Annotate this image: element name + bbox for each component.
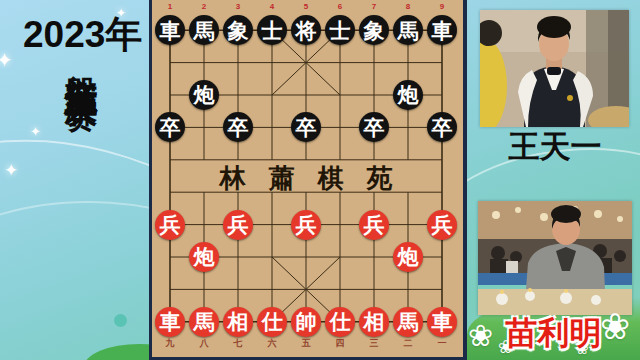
- piece-black-advisor[interactable]: 士: [257, 15, 287, 45]
- river-char: 苑: [367, 161, 393, 196]
- white-shirt-figure: [506, 261, 518, 273]
- piece-red-soldier[interactable]: 兵: [427, 210, 457, 240]
- file-label: 3: [221, 2, 255, 11]
- piece-black-chariot[interactable]: 車: [155, 15, 185, 45]
- photo-wang-tianyi: [480, 10, 629, 127]
- player-name-miao-liming: 苗利明: [467, 312, 640, 356]
- piece-black-soldier[interactable]: 卒: [427, 112, 457, 142]
- piece-red-general[interactable]: 帥: [291, 307, 321, 337]
- piece-black-elephant[interactable]: 象: [359, 15, 389, 45]
- piece-black-chariot[interactable]: 車: [427, 15, 457, 45]
- file-label: 七: [221, 337, 255, 350]
- file-label: 5: [289, 2, 323, 11]
- file-label: 六: [255, 337, 289, 350]
- piece-red-cannon[interactable]: 炮: [189, 242, 219, 272]
- piece-black-soldier[interactable]: 卒: [223, 112, 253, 142]
- file-label: 三: [357, 337, 391, 350]
- piece-red-elephant[interactable]: 相: [223, 307, 253, 337]
- piece-black-general[interactable]: 将: [291, 15, 321, 45]
- piece-black-cannon[interactable]: 炮: [393, 80, 423, 110]
- piece-black-horse[interactable]: 馬: [393, 15, 423, 45]
- thumbnail-stage: ✦ ✦ ✦ ✦ 2023年 磐安伟业杯半决赛 1 2 3 4 5 6 7 8 9…: [0, 0, 640, 360]
- piece-black-soldier[interactable]: 卒: [359, 112, 389, 142]
- piece-black-advisor[interactable]: 士: [325, 15, 355, 45]
- file-label: 7: [357, 2, 391, 11]
- sparkle-icon: ✦: [0, 48, 13, 72]
- piece-black-cannon[interactable]: 炮: [189, 80, 219, 110]
- piece-red-soldier[interactable]: 兵: [359, 210, 389, 240]
- photo-miao-liming: [478, 201, 632, 315]
- piece-black-horse[interactable]: 馬: [189, 15, 219, 45]
- file-label: 二: [391, 337, 425, 350]
- piece-red-elephant[interactable]: 相: [359, 307, 389, 337]
- file-label: 九: [153, 337, 187, 350]
- river-char: 棋: [318, 161, 344, 196]
- file-label: 1: [153, 2, 187, 11]
- event-title-vertical: 磐安伟业杯半决赛: [58, 49, 104, 73]
- piece-red-advisor[interactable]: 仕: [325, 307, 355, 337]
- file-label: 4: [255, 2, 289, 11]
- piece-red-horse[interactable]: 馬: [393, 307, 423, 337]
- file-label: 6: [323, 2, 357, 11]
- file-label: 一: [425, 337, 459, 350]
- xiangqi-board: 1 2 3 4 5 6 7 8 9 車馬象士将士象馬車炮炮卒卒卒卒卒兵兵兵兵兵炮…: [149, 0, 467, 360]
- piece-red-soldier[interactable]: 兵: [155, 210, 185, 240]
- piece-black-elephant[interactable]: 象: [223, 15, 253, 45]
- teal-dot-decoration: [114, 314, 127, 327]
- sparkle-icon: ✦: [30, 124, 41, 139]
- file-label: 9: [425, 2, 459, 11]
- file-label: 四: [323, 337, 357, 350]
- piece-red-chariot[interactable]: 車: [427, 307, 457, 337]
- file-label: 2: [187, 2, 221, 11]
- river-char: 林: [220, 161, 246, 196]
- player-name-wang-tianyi: 王天一: [469, 126, 640, 168]
- piece-red-advisor[interactable]: 仕: [257, 307, 287, 337]
- river-inscription: 林 蕭 棋 苑: [153, 161, 459, 196]
- river-char: 蕭: [269, 161, 295, 196]
- piece-red-soldier[interactable]: 兵: [291, 210, 321, 240]
- file-label: 八: [187, 337, 221, 350]
- top-file-labels: 1 2 3 4 5 6 7 8 9: [153, 2, 459, 11]
- file-label: 8: [391, 2, 425, 11]
- piece-black-soldier[interactable]: 卒: [155, 112, 185, 142]
- piece-red-chariot[interactable]: 車: [155, 307, 185, 337]
- piece-red-cannon[interactable]: 炮: [393, 242, 423, 272]
- sparkle-icon: ✦: [4, 160, 18, 181]
- piece-red-soldier[interactable]: 兵: [223, 210, 253, 240]
- bottom-file-labels: 九 八 七 六 五 四 三 二 一: [153, 337, 459, 350]
- piece-black-soldier[interactable]: 卒: [291, 112, 321, 142]
- file-label: 五: [289, 337, 323, 350]
- piece-red-horse[interactable]: 馬: [189, 307, 219, 337]
